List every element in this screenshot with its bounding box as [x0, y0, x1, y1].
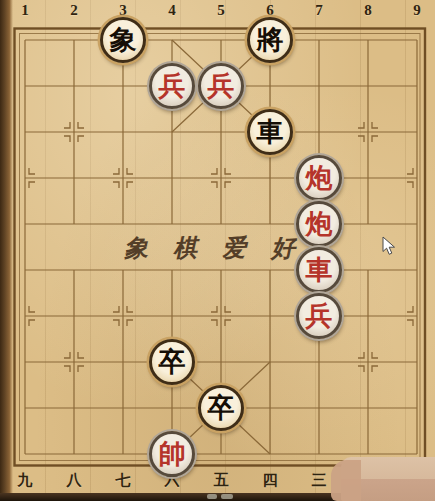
file-label-bottom-4: 四 [255, 471, 285, 490]
file-label-top-1: 1 [10, 2, 40, 19]
piece-red-帥[interactable]: 帥 [149, 431, 195, 477]
river-text-char: 象 [123, 232, 148, 265]
file-label-bottom-9: 九 [10, 471, 40, 490]
mouse-cursor [382, 236, 396, 260]
bottom-edge-mark [207, 494, 217, 499]
piece-black-卒[interactable]: 卒 [149, 339, 195, 385]
piece-black-將[interactable]: 將 [247, 17, 293, 63]
file-label-bottom-3: 三 [304, 471, 334, 490]
file-label-top-9: 9 [402, 2, 432, 19]
river-text-char: 爱 [221, 232, 246, 265]
piece-black-車[interactable]: 車 [247, 109, 293, 155]
piece-red-炮[interactable]: 炮 [296, 155, 342, 201]
censor-patch [341, 457, 435, 501]
piece-red-兵[interactable]: 兵 [296, 293, 342, 339]
piece-black-象[interactable]: 象 [100, 17, 146, 63]
piece-red-兵[interactable]: 兵 [198, 63, 244, 109]
xiangqi-app: 123456789 九八七六五四三二一 象棋爱好 象將兵兵車炮炮車兵卒卒帥 [0, 0, 435, 501]
file-label-top-7: 7 [304, 2, 334, 19]
file-label-top-4: 4 [157, 2, 187, 19]
file-label-top-8: 8 [353, 2, 383, 19]
river-text-char: 棋 [172, 232, 197, 265]
file-label-bottom-8: 八 [59, 471, 89, 490]
file-label-bottom-7: 七 [108, 471, 138, 490]
board-left-edge [0, 0, 13, 501]
bottom-edge-mark [221, 494, 233, 499]
piece-red-車[interactable]: 車 [296, 247, 342, 293]
file-label-top-2: 2 [59, 2, 89, 19]
river-text-char: 好 [270, 232, 295, 265]
piece-red-兵[interactable]: 兵 [149, 63, 195, 109]
file-label-top-5: 5 [206, 2, 236, 19]
piece-red-炮[interactable]: 炮 [296, 201, 342, 247]
arrow-cursor-icon [382, 236, 396, 256]
file-label-bottom-5: 五 [206, 471, 236, 490]
xiangqi-board[interactable]: 123456789 九八七六五四三二一 象棋爱好 象將兵兵車炮炮車兵卒卒帥 [0, 0, 435, 501]
piece-black-卒[interactable]: 卒 [198, 385, 244, 431]
censor-patch-bump [331, 460, 361, 501]
